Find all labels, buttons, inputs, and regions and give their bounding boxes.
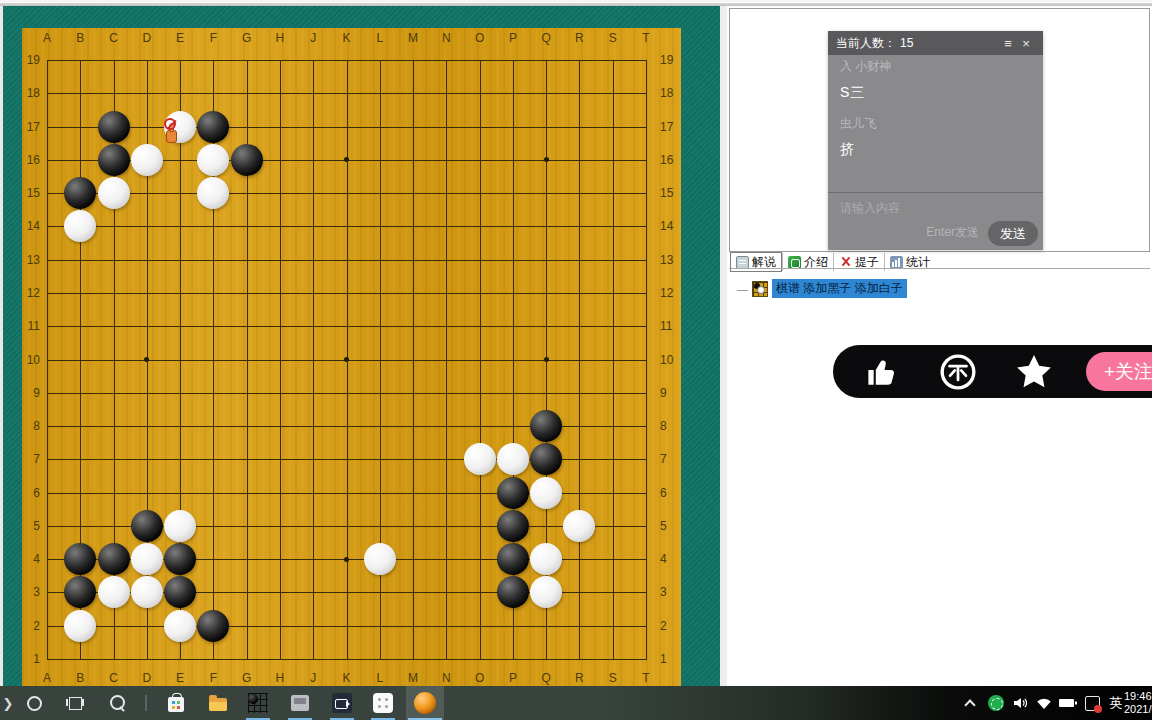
row-label: 15 xyxy=(660,186,682,200)
column-label: E xyxy=(170,31,190,45)
black-stone-P4[interactable] xyxy=(497,543,529,575)
star-point xyxy=(344,357,349,362)
search-icon[interactable] xyxy=(103,689,131,717)
row-label: 11 xyxy=(660,319,682,333)
column-label: A xyxy=(37,671,57,685)
go-app-icon[interactable] xyxy=(244,689,272,717)
remote-app-icon[interactable] xyxy=(369,689,397,717)
black-stone-F2[interactable] xyxy=(197,610,229,642)
row-label: 7 xyxy=(660,452,682,466)
chat-username: 虫儿飞 xyxy=(840,115,1031,132)
chat-input-placeholder[interactable]: 请输入内容 xyxy=(840,200,900,217)
green-cube-icon xyxy=(788,256,801,269)
window-top-edge xyxy=(0,0,1152,6)
chat-window: 当前人数： 15 ≡ × 入 小财神S三虫儿飞挤 请输入内容 Enter发送 发… xyxy=(828,31,1043,250)
cortana-icon[interactable] xyxy=(20,689,48,717)
row-label: 16 xyxy=(660,153,682,167)
column-label: S xyxy=(603,671,623,685)
screen: AABBCCDDEEFFGGHHJJKKLLMMNNOOPPQQRRSSTT19… xyxy=(0,0,1152,720)
black-stone-Q8[interactable] xyxy=(530,410,562,442)
tray-green-app-icon[interactable] xyxy=(984,689,1008,717)
row-label: 4 xyxy=(22,552,40,566)
column-label: M xyxy=(403,31,423,45)
black-stone-F17[interactable] xyxy=(197,111,229,143)
black-stone-G16[interactable] xyxy=(231,144,263,176)
star-point xyxy=(344,557,349,562)
row-label: 1 xyxy=(660,652,682,666)
row-label: 17 xyxy=(660,120,682,134)
row-label: 5 xyxy=(22,519,40,533)
row-label: 7 xyxy=(22,452,40,466)
chat-close-icon[interactable]: × xyxy=(1017,36,1035,51)
black-stone-C16[interactable] xyxy=(98,144,130,176)
row-label: 9 xyxy=(22,386,40,400)
tree-item-kifu[interactable]: — 棋谱 添加黑子 添加白子 xyxy=(737,279,907,298)
thumbs-up-icon[interactable] xyxy=(861,353,899,391)
white-stone-C15[interactable] xyxy=(98,177,130,209)
taskbar-separator xyxy=(145,695,147,711)
viewer-count-label: 当前人数： xyxy=(836,35,896,52)
tree-area: — 棋谱 添加黑子 添加白子 xyxy=(729,268,1150,684)
black-stone-P5[interactable] xyxy=(497,510,529,542)
row-label: 6 xyxy=(660,486,682,500)
row-label: 13 xyxy=(22,253,40,267)
column-label: D xyxy=(137,31,157,45)
column-label: A xyxy=(37,31,57,45)
row-label: 18 xyxy=(22,86,40,100)
row-label: 3 xyxy=(22,585,40,599)
white-stone-L4[interactable] xyxy=(364,543,396,575)
tray-time: 19:46 xyxy=(1124,690,1152,703)
white-stone-Q6[interactable] xyxy=(530,477,562,509)
column-label: M xyxy=(403,671,423,685)
chat-header[interactable]: 当前人数： 15 ≡ × xyxy=(828,31,1043,55)
tray-clock[interactable]: 19:46 2021/6/ xyxy=(1124,690,1152,716)
scissors-icon xyxy=(839,256,852,269)
white-stone-B2[interactable] xyxy=(64,610,96,642)
recorder-app-icon[interactable] xyxy=(328,689,356,717)
coin-icon[interactable] xyxy=(939,353,977,391)
star-icon[interactable] xyxy=(1015,353,1053,391)
send-button[interactable]: 发送 xyxy=(988,221,1038,246)
column-label: L xyxy=(370,31,390,45)
row-label: 15 xyxy=(22,186,40,200)
row-label: 6 xyxy=(22,486,40,500)
column-label: J xyxy=(303,31,323,45)
column-label: O xyxy=(470,31,490,45)
battery-icon[interactable] xyxy=(1056,689,1080,717)
hand-cursor-icon xyxy=(163,120,185,148)
tray-expand-chevron-icon[interactable] xyxy=(958,689,982,717)
white-stone-E5[interactable] xyxy=(164,510,196,542)
chat-messages: 入 小财神S三虫儿飞挤 xyxy=(828,55,1043,159)
row-label: 16 xyxy=(22,153,40,167)
black-stone-C17[interactable] xyxy=(98,111,130,143)
viewer-count-value: 15 xyxy=(900,36,913,50)
row-label: 4 xyxy=(660,552,682,566)
black-stone-C4[interactable] xyxy=(98,543,130,575)
task-view-icon[interactable] xyxy=(61,689,89,717)
white-stone-D16[interactable] xyxy=(131,144,163,176)
column-label: G xyxy=(237,31,257,45)
column-label: P xyxy=(503,31,523,45)
chat-divider xyxy=(828,192,1043,193)
go-board: AABBCCDDEEFFGGHHJJKKLLMMNNOOPPQQRRSSTT19… xyxy=(22,28,681,687)
column-label: T xyxy=(636,31,656,45)
star-point xyxy=(544,357,549,362)
white-stone-F16[interactable] xyxy=(197,144,229,176)
chat-username: 入 小财神 xyxy=(840,58,1031,75)
row-label: 14 xyxy=(660,219,682,233)
column-label: J xyxy=(303,671,323,685)
column-label: C xyxy=(104,31,124,45)
column-label: K xyxy=(337,31,357,45)
column-label: N xyxy=(436,671,456,685)
white-stone-C3[interactable] xyxy=(98,576,130,608)
column-label: D xyxy=(137,671,157,685)
row-label: 12 xyxy=(22,286,40,300)
tray-date: 2021/6/ xyxy=(1124,703,1152,716)
column-label: H xyxy=(270,671,290,685)
action-bar: +关注 xyxy=(833,345,1152,398)
row-label: 18 xyxy=(660,86,682,100)
column-label: B xyxy=(70,31,90,45)
row-label: 8 xyxy=(660,419,682,433)
column-label: B xyxy=(70,671,90,685)
column-label: F xyxy=(203,671,223,685)
white-stone-O7[interactable] xyxy=(464,443,496,475)
row-label: 2 xyxy=(660,619,682,633)
tree-expander[interactable]: — xyxy=(737,283,748,295)
column-label: G xyxy=(237,671,257,685)
tree-item-label[interactable]: 棋谱 添加黑子 添加白子 xyxy=(772,279,907,298)
row-label: 9 xyxy=(660,386,682,400)
white-stone-E2[interactable] xyxy=(164,610,196,642)
column-label: Q xyxy=(536,671,556,685)
enter-send-hint: Enter发送 xyxy=(926,224,979,241)
wifi-icon[interactable] xyxy=(1032,689,1056,717)
column-label: K xyxy=(337,671,357,685)
row-label: 12 xyxy=(660,286,682,300)
taskbar: ❯ 英 19:46 2021/6/ xyxy=(0,686,1152,720)
row-label: 13 xyxy=(660,253,682,267)
column-label: H xyxy=(270,31,290,45)
row-label: 10 xyxy=(22,353,40,367)
chat-body: 入 小财神S三虫儿飞挤 请输入内容 Enter发送 发送 xyxy=(828,55,1043,250)
row-label: 19 xyxy=(22,53,40,67)
column-label: L xyxy=(370,671,390,685)
column-label: R xyxy=(569,671,589,685)
column-label: O xyxy=(470,671,490,685)
column-label: C xyxy=(104,671,124,685)
column-label: S xyxy=(603,31,623,45)
column-label: P xyxy=(503,671,523,685)
white-stone-D4[interactable] xyxy=(131,543,163,575)
row-label: 14 xyxy=(22,219,40,233)
tray-badge-app-icon[interactable] xyxy=(1080,689,1104,717)
row-label: 11 xyxy=(22,319,40,333)
black-stone-P6[interactable] xyxy=(497,477,529,509)
chat-message: S三 xyxy=(840,84,1031,102)
row-label: 19 xyxy=(660,53,682,67)
panel-gap xyxy=(720,6,727,686)
follow-button[interactable]: +关注 xyxy=(1086,352,1152,391)
taskbar-edge-chevron-icon[interactable]: ❯ xyxy=(0,689,22,717)
column-label: F xyxy=(203,31,223,45)
row-label: 17 xyxy=(22,120,40,134)
chat-menu-icon[interactable]: ≡ xyxy=(999,36,1017,51)
white-stone-P7[interactable] xyxy=(497,443,529,475)
note-icon xyxy=(736,256,749,269)
column-label: E xyxy=(170,671,190,685)
row-label: 2 xyxy=(22,619,40,633)
row-label: 3 xyxy=(660,585,682,599)
black-stone-D5[interactable] xyxy=(131,510,163,542)
column-label: N xyxy=(436,31,456,45)
column-label: Q xyxy=(536,31,556,45)
gray-app-icon[interactable] xyxy=(286,689,314,717)
column-label: T xyxy=(636,671,656,685)
window-left-edge xyxy=(0,6,3,686)
column-label: R xyxy=(569,31,589,45)
volume-icon[interactable] xyxy=(1008,689,1032,717)
row-label: 10 xyxy=(660,353,682,367)
microsoft-store-icon[interactable] xyxy=(162,689,190,717)
file-explorer-icon[interactable] xyxy=(204,689,232,717)
active-orange-app-icon[interactable] xyxy=(411,689,439,717)
row-label: 1 xyxy=(22,652,40,666)
chat-message: 挤 xyxy=(840,141,1031,159)
row-label: 8 xyxy=(22,419,40,433)
go-board-icon xyxy=(752,281,768,297)
chart-icon xyxy=(890,256,903,269)
row-label: 5 xyxy=(660,519,682,533)
